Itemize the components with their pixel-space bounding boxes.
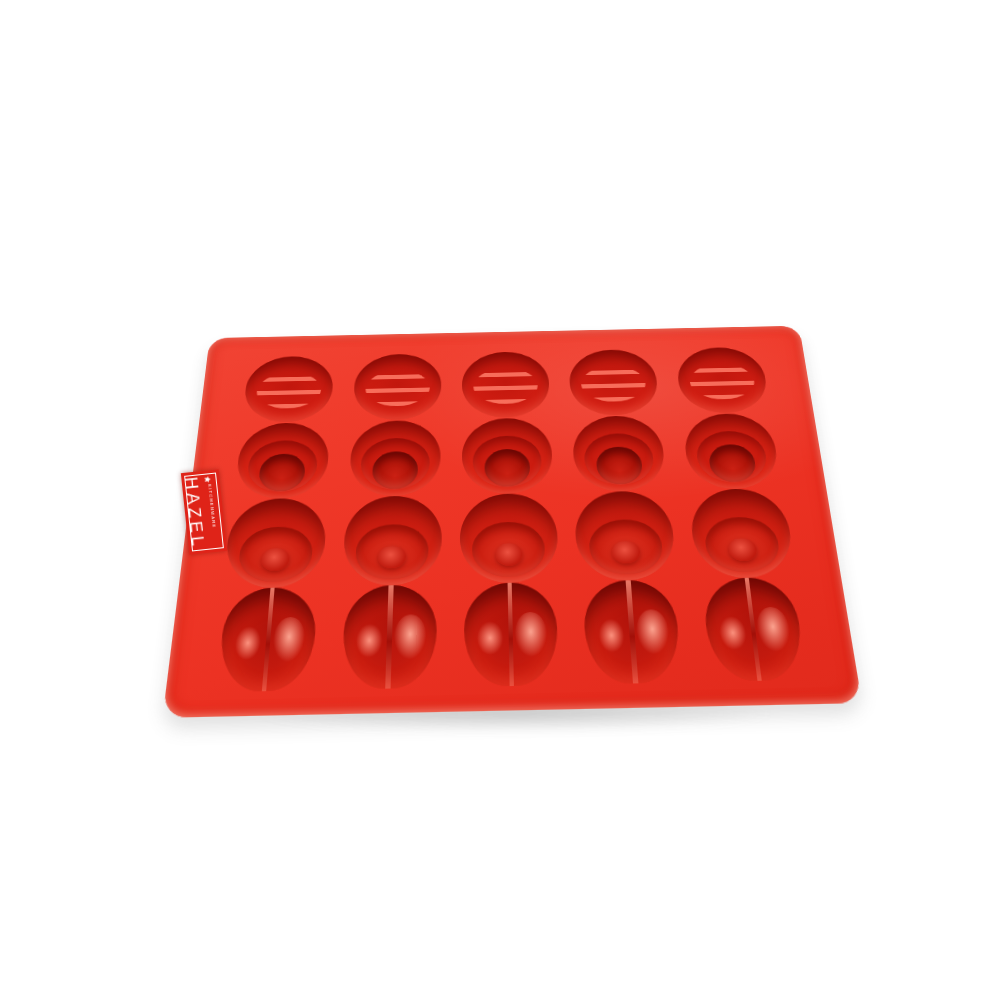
cavity-part-ribs	[473, 367, 538, 404]
cavity-deep-round-r3c5	[688, 488, 797, 579]
cavity-deep-round-r3c4	[574, 490, 678, 581]
cavity-part-hl-left	[597, 619, 625, 653]
mould-tilt-wrapper	[0, 0, 1000, 1000]
cavity-stepped-round-r2c5	[682, 413, 781, 490]
cavity-part-hl-right	[515, 612, 548, 656]
cavity-part-hl-left	[718, 616, 748, 650]
cavity-ribbed-dome-r1c1	[242, 356, 334, 423]
cavity-part-hl-left	[477, 621, 504, 655]
cavity-part-seam	[507, 582, 514, 687]
brand-tag-frame: KITCHENWARE HAZEL	[184, 473, 224, 552]
cavity-ribbed-dome-r1c2	[352, 353, 441, 420]
scene: KITCHENWARE HAZEL	[0, 0, 1000, 1000]
cavity-walnut-half-r4c4	[582, 579, 683, 684]
cavity-ribbed-dome-r1c4	[568, 349, 660, 416]
cavity-stepped-round-r2c3	[462, 417, 554, 494]
cavity-ribbed-dome-r1c3	[462, 351, 550, 418]
cavity-deep-round-r3c2	[342, 495, 442, 586]
cavity-stepped-round-r2c4	[572, 415, 667, 492]
cavity-part-seam	[385, 584, 393, 689]
cavity-deep-round-r3c3	[460, 493, 559, 584]
cavity-part-hl-right	[755, 607, 792, 651]
cavity-part-ribs	[364, 370, 430, 407]
cavity-part-hl-right	[271, 617, 306, 661]
maple-leaf-icon	[200, 475, 219, 483]
cavity-part-ribs	[255, 372, 322, 409]
cavity-walnut-half-r4c3	[464, 582, 559, 687]
cavity-walnut-half-r4c1	[217, 587, 319, 692]
cavity-stepped-round-r2c2	[348, 420, 440, 497]
cavity-part-ribs	[688, 363, 757, 400]
cavity-stepped-round-r2c1	[234, 422, 330, 499]
cavity-walnut-half-r4c5	[701, 577, 807, 682]
cavity-part-boss	[495, 543, 523, 565]
cavity-part-hl-right	[394, 615, 427, 659]
silicone-mould	[162, 326, 862, 718]
cavity-part-hl-left	[355, 624, 382, 658]
cavity-ribbed-dome-r1c5	[675, 347, 770, 414]
cavity-part-hl-right	[635, 610, 670, 654]
cavity-walnut-half-r4c2	[340, 584, 436, 689]
cavity-part-hl-left	[233, 626, 262, 660]
cavity-part-ribs	[580, 365, 647, 402]
cavity-part-boss	[612, 541, 641, 563]
cavity-deep-round-r3c1	[223, 498, 328, 589]
cavity-grid	[202, 346, 821, 693]
brand-subtitle: KITCHENWARE	[208, 484, 217, 529]
